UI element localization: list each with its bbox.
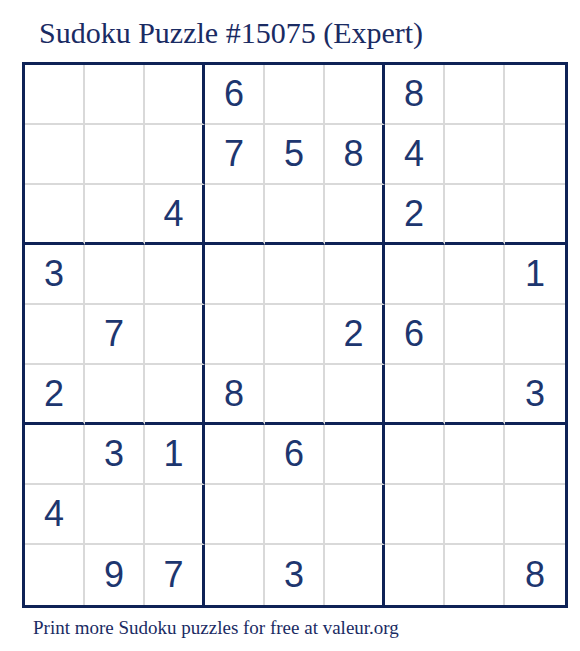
cell-r7c6	[325, 425, 385, 485]
cell-r5c6: 2	[325, 305, 385, 365]
cell-r9c4	[205, 545, 265, 605]
cell-r1c9	[505, 65, 565, 125]
cell-r7c2: 3	[85, 425, 145, 485]
cell-r4c3	[145, 245, 205, 305]
cell-r8c2	[85, 485, 145, 545]
cell-r7c7	[385, 425, 445, 485]
cell-r1c6	[325, 65, 385, 125]
cell-r6c6	[325, 365, 385, 425]
cell-r2c1	[25, 125, 85, 185]
cell-r1c8	[445, 65, 505, 125]
cell-r3c8	[445, 185, 505, 245]
cell-r1c4: 6	[205, 65, 265, 125]
sudoku-board: 687584423172628331649738	[22, 62, 568, 608]
cell-r4c9: 1	[505, 245, 565, 305]
cell-r8c3	[145, 485, 205, 545]
cell-r3c4	[205, 185, 265, 245]
cell-r4c5	[265, 245, 325, 305]
cell-r2c3	[145, 125, 205, 185]
cell-r1c2	[85, 65, 145, 125]
cell-r8c9	[505, 485, 565, 545]
cell-r4c1: 3	[25, 245, 85, 305]
cell-r5c4	[205, 305, 265, 365]
cell-r9c6	[325, 545, 385, 605]
cell-r2c8	[445, 125, 505, 185]
cell-r1c7: 8	[385, 65, 445, 125]
cell-r9c2: 9	[85, 545, 145, 605]
cell-r5c9	[505, 305, 565, 365]
cell-r6c8	[445, 365, 505, 425]
cell-r9c9: 8	[505, 545, 565, 605]
footer-text: Print more Sudoku puzzles for free at va…	[33, 617, 399, 639]
cell-r6c5	[265, 365, 325, 425]
cell-r4c4	[205, 245, 265, 305]
cell-r4c8	[445, 245, 505, 305]
cell-r5c5	[265, 305, 325, 365]
cell-r9c3: 7	[145, 545, 205, 605]
cell-r8c5	[265, 485, 325, 545]
cell-r2c6: 8	[325, 125, 385, 185]
cell-r8c6	[325, 485, 385, 545]
cell-r3c1	[25, 185, 85, 245]
cell-r5c7: 6	[385, 305, 445, 365]
cell-r6c9: 3	[505, 365, 565, 425]
cell-r5c1	[25, 305, 85, 365]
cell-r7c9	[505, 425, 565, 485]
cell-r2c5: 5	[265, 125, 325, 185]
cell-r5c8	[445, 305, 505, 365]
cell-r5c2: 7	[85, 305, 145, 365]
cell-r2c7: 4	[385, 125, 445, 185]
cell-r7c8	[445, 425, 505, 485]
cell-r4c6	[325, 245, 385, 305]
cell-r9c7	[385, 545, 445, 605]
cell-r9c1	[25, 545, 85, 605]
cell-r6c2	[85, 365, 145, 425]
sudoku-page: Sudoku Puzzle #15075 (Expert) 6875844231…	[0, 0, 580, 651]
cell-r3c9	[505, 185, 565, 245]
cell-r7c5: 6	[265, 425, 325, 485]
cell-r6c4: 8	[205, 365, 265, 425]
cell-r8c1: 4	[25, 485, 85, 545]
cell-r3c3: 4	[145, 185, 205, 245]
cell-r6c3	[145, 365, 205, 425]
cell-r2c4: 7	[205, 125, 265, 185]
cell-r7c1	[25, 425, 85, 485]
cell-r2c2	[85, 125, 145, 185]
cell-r4c2	[85, 245, 145, 305]
cell-r7c3: 1	[145, 425, 205, 485]
cell-r3c5	[265, 185, 325, 245]
cell-r7c4	[205, 425, 265, 485]
cell-r3c2	[85, 185, 145, 245]
cell-r1c5	[265, 65, 325, 125]
cell-r1c1	[25, 65, 85, 125]
cell-r8c7	[385, 485, 445, 545]
cell-r6c7	[385, 365, 445, 425]
cell-r3c6	[325, 185, 385, 245]
cell-r1c3	[145, 65, 205, 125]
cell-r3c7: 2	[385, 185, 445, 245]
cell-r9c8	[445, 545, 505, 605]
page-title: Sudoku Puzzle #15075 (Expert)	[39, 16, 423, 50]
cell-r9c5: 3	[265, 545, 325, 605]
cell-r2c9	[505, 125, 565, 185]
cell-r5c3	[145, 305, 205, 365]
cell-r8c4	[205, 485, 265, 545]
cell-r4c7	[385, 245, 445, 305]
cell-r8c8	[445, 485, 505, 545]
cell-r6c1: 2	[25, 365, 85, 425]
